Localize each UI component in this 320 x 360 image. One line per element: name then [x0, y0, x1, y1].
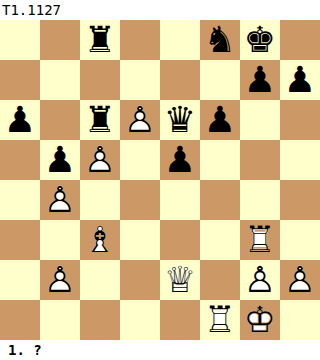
- square-a8[interactable]: [0, 20, 40, 60]
- square-a6[interactable]: ♟︎: [0, 100, 40, 140]
- square-f8[interactable]: ♞︎: [200, 20, 240, 60]
- square-c4[interactable]: [80, 180, 120, 220]
- piece-black-pawn: ♟︎: [280, 60, 320, 100]
- piece-white-pawn-fill: ♟︎: [40, 180, 80, 220]
- square-h5[interactable]: [280, 140, 320, 180]
- piece-white-pawn: ♙︎: [40, 180, 80, 220]
- square-f3[interactable]: [200, 220, 240, 260]
- square-f5[interactable]: [200, 140, 240, 180]
- piece-black-knight: ♞︎: [200, 20, 240, 60]
- piece-white-pawn-fill: ♟︎: [240, 260, 280, 300]
- piece-white-rook: ♖︎: [200, 300, 240, 340]
- square-e5[interactable]: ♟︎: [160, 140, 200, 180]
- square-f6[interactable]: ♟︎: [200, 100, 240, 140]
- square-h8[interactable]: [280, 20, 320, 60]
- piece-white-king-fill: ♚︎: [240, 300, 280, 340]
- piece-white-queen-fill: ♛︎: [160, 260, 200, 300]
- square-h4[interactable]: [280, 180, 320, 220]
- chess-board: ♜︎♞︎♚︎♟︎♟︎♟︎♜︎♟︎♙︎♛︎♟︎♟︎♟︎♙︎♟︎♟︎♙︎♝︎♗︎♜︎…: [0, 20, 320, 340]
- square-c1[interactable]: [80, 300, 120, 340]
- square-f2[interactable]: [200, 260, 240, 300]
- square-a3[interactable]: [0, 220, 40, 260]
- square-f1[interactable]: ♜︎♖︎: [200, 300, 240, 340]
- square-b2[interactable]: ♟︎♙︎: [40, 260, 80, 300]
- piece-black-pawn: ♟︎: [40, 140, 80, 180]
- piece-black-queen: ♛︎: [160, 100, 200, 140]
- square-e6[interactable]: ♛︎: [160, 100, 200, 140]
- piece-white-rook-fill: ♜︎: [240, 220, 280, 260]
- piece-white-queen: ♕︎: [160, 260, 200, 300]
- square-d1[interactable]: [120, 300, 160, 340]
- piece-white-bishop-fill: ♝︎: [80, 220, 120, 260]
- square-h3[interactable]: [280, 220, 320, 260]
- piece-black-pawn: ♟︎: [240, 60, 280, 100]
- square-c3[interactable]: ♝︎♗︎: [80, 220, 120, 260]
- square-b6[interactable]: [40, 100, 80, 140]
- square-a4[interactable]: [0, 180, 40, 220]
- square-h7[interactable]: ♟︎: [280, 60, 320, 100]
- puzzle-id: T1.1127: [2, 2, 61, 18]
- piece-white-rook-fill: ♜︎: [200, 300, 240, 340]
- square-e4[interactable]: [160, 180, 200, 220]
- piece-white-pawn-fill: ♟︎: [280, 260, 320, 300]
- square-g2[interactable]: ♟︎♙︎: [240, 260, 280, 300]
- piece-black-rook: ♜︎: [80, 20, 120, 60]
- header-bar: T1.1127: [0, 0, 320, 20]
- square-a7[interactable]: [0, 60, 40, 100]
- piece-white-pawn: ♙︎: [80, 140, 120, 180]
- square-b8[interactable]: [40, 20, 80, 60]
- square-d8[interactable]: [120, 20, 160, 60]
- square-e3[interactable]: [160, 220, 200, 260]
- square-c6[interactable]: ♜︎: [80, 100, 120, 140]
- square-d6[interactable]: ♟︎♙︎: [120, 100, 160, 140]
- piece-black-king: ♚︎: [240, 20, 280, 60]
- piece-white-pawn-fill: ♟︎: [40, 260, 80, 300]
- square-g7[interactable]: ♟︎: [240, 60, 280, 100]
- piece-white-pawn: ♙︎: [280, 260, 320, 300]
- square-a5[interactable]: [0, 140, 40, 180]
- piece-white-bishop: ♗︎: [80, 220, 120, 260]
- piece-white-pawn: ♙︎: [120, 100, 160, 140]
- piece-black-pawn: ♟︎: [200, 100, 240, 140]
- piece-white-rook: ♖︎: [240, 220, 280, 260]
- square-a1[interactable]: [0, 300, 40, 340]
- piece-white-king: ♔︎: [240, 300, 280, 340]
- piece-white-pawn-fill: ♟︎: [80, 140, 120, 180]
- square-f7[interactable]: [200, 60, 240, 100]
- square-e2[interactable]: ♛︎♕︎: [160, 260, 200, 300]
- move-prompt: 1. ?: [8, 342, 42, 358]
- square-h1[interactable]: [280, 300, 320, 340]
- square-a2[interactable]: [0, 260, 40, 300]
- square-c2[interactable]: [80, 260, 120, 300]
- square-h2[interactable]: ♟︎♙︎: [280, 260, 320, 300]
- square-c7[interactable]: [80, 60, 120, 100]
- square-c8[interactable]: ♜︎: [80, 20, 120, 60]
- square-b7[interactable]: [40, 60, 80, 100]
- footer-bar: 1. ?: [0, 340, 320, 360]
- chess-puzzle-app: T1.1127 ♜︎♞︎♚︎♟︎♟︎♟︎♜︎♟︎♙︎♛︎♟︎♟︎♟︎♙︎♟︎♟︎…: [0, 0, 320, 360]
- square-c5[interactable]: ♟︎♙︎: [80, 140, 120, 180]
- square-d4[interactable]: [120, 180, 160, 220]
- square-e8[interactable]: [160, 20, 200, 60]
- piece-black-pawn: ♟︎: [160, 140, 200, 180]
- square-f4[interactable]: [200, 180, 240, 220]
- square-e7[interactable]: [160, 60, 200, 100]
- square-e1[interactable]: [160, 300, 200, 340]
- square-b4[interactable]: ♟︎♙︎: [40, 180, 80, 220]
- piece-black-pawn: ♟︎: [0, 100, 40, 140]
- square-d2[interactable]: [120, 260, 160, 300]
- square-b3[interactable]: [40, 220, 80, 260]
- piece-black-rook: ♜︎: [80, 100, 120, 140]
- square-g8[interactable]: ♚︎: [240, 20, 280, 60]
- square-b5[interactable]: ♟︎: [40, 140, 80, 180]
- square-g5[interactable]: [240, 140, 280, 180]
- square-d7[interactable]: [120, 60, 160, 100]
- square-h6[interactable]: [280, 100, 320, 140]
- square-g3[interactable]: ♜︎♖︎: [240, 220, 280, 260]
- square-d3[interactable]: [120, 220, 160, 260]
- piece-white-pawn-fill: ♟︎: [120, 100, 160, 140]
- square-g1[interactable]: ♚︎♔︎: [240, 300, 280, 340]
- piece-white-pawn: ♙︎: [40, 260, 80, 300]
- piece-white-pawn: ♙︎: [240, 260, 280, 300]
- square-g6[interactable]: [240, 100, 280, 140]
- square-d5[interactable]: [120, 140, 160, 180]
- square-b1[interactable]: [40, 300, 80, 340]
- square-g4[interactable]: [240, 180, 280, 220]
